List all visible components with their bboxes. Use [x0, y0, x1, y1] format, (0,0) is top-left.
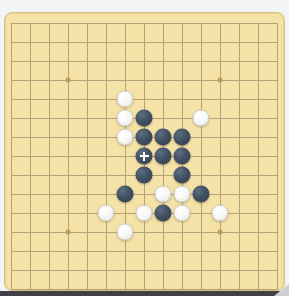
gomoku-board[interactable]: [4, 12, 285, 291]
black-stone: [117, 186, 134, 203]
grid-line-horizontal: [11, 289, 278, 290]
white-stone: [117, 224, 134, 241]
black-stone: [136, 148, 153, 165]
grid-line-horizontal: [11, 251, 278, 252]
black-stone: [193, 186, 210, 203]
black-stone: [174, 167, 191, 184]
black-stone: [155, 205, 172, 222]
star-point: [218, 230, 223, 235]
grid-line-vertical: [277, 23, 278, 290]
black-stone: [174, 129, 191, 146]
grid-line-horizontal: [11, 270, 278, 271]
star-point: [66, 78, 71, 83]
white-stone: [136, 205, 153, 222]
black-stone: [174, 148, 191, 165]
white-stone: [117, 91, 134, 108]
grid-line-vertical: [220, 23, 221, 290]
black-stone: [136, 129, 153, 146]
white-stone: [155, 186, 172, 203]
white-stone: [117, 110, 134, 127]
white-stone: [174, 186, 191, 203]
black-stone: [136, 167, 153, 184]
grid-line-horizontal: [11, 194, 278, 195]
white-stone: [212, 205, 229, 222]
black-stone: [155, 148, 172, 165]
white-stone: [193, 110, 210, 127]
white-stone: [174, 205, 191, 222]
bottom-bar: [0, 291, 289, 296]
grid-line-vertical: [239, 23, 240, 290]
grid-line-vertical: [201, 23, 202, 290]
star-point: [218, 78, 223, 83]
black-stone: [136, 110, 153, 127]
white-stone: [98, 205, 115, 222]
last-move-crosshair-marker: [140, 152, 149, 161]
star-point: [66, 230, 71, 235]
app-screen: [0, 0, 289, 296]
corner-triangle: [274, 284, 289, 296]
grid-line-vertical: [258, 23, 259, 290]
grid-line-horizontal: [11, 232, 278, 233]
white-stone: [117, 129, 134, 146]
black-stone: [155, 129, 172, 146]
